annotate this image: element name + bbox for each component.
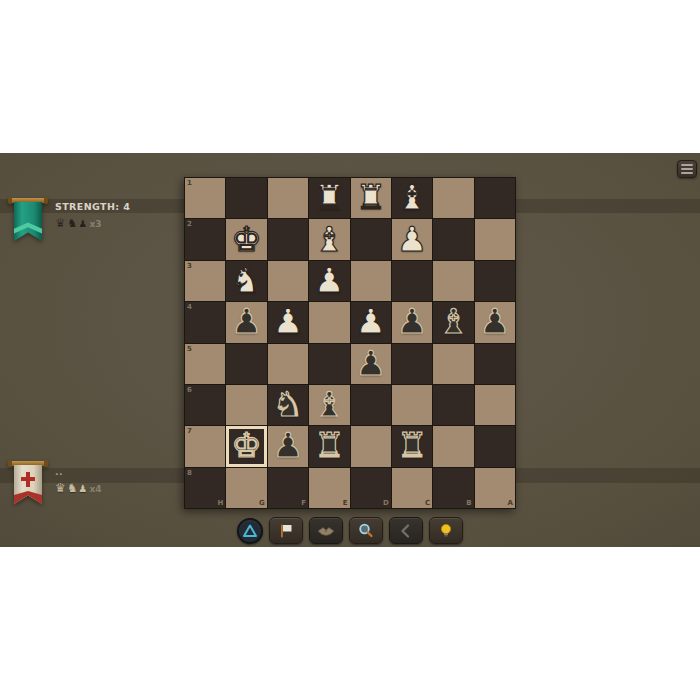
square-d6[interactable] bbox=[351, 385, 391, 425]
square-c6[interactable] bbox=[392, 385, 432, 425]
square-d2[interactable] bbox=[351, 219, 391, 259]
square-g2[interactable]: ♚ bbox=[226, 219, 266, 259]
white-knight-g3: ♞ bbox=[231, 263, 261, 297]
white-bishop-c1: ♝ bbox=[397, 180, 427, 214]
white-pawn-e3: ♟ bbox=[314, 263, 344, 297]
bottom-player-name: .. bbox=[55, 466, 63, 477]
white-rook-d1: ♜ bbox=[355, 180, 385, 214]
white-bishop-e2: ♝ bbox=[314, 222, 344, 256]
game-viewport: STRENGTH: 4 ♛♞♟x3 .. ♛♞♟x4 1♜♜♝2♚♝♟3♞♟4♟… bbox=[0, 153, 700, 547]
hamburger-icon bbox=[681, 164, 693, 166]
square-b8[interactable]: B bbox=[433, 468, 473, 508]
square-b6[interactable] bbox=[433, 385, 473, 425]
white-rook-e1: ♜ bbox=[314, 180, 344, 214]
square-g7[interactable]: ♚ bbox=[226, 426, 266, 466]
square-h2[interactable]: 2 bbox=[185, 219, 225, 259]
rank-label-8: 8 bbox=[187, 469, 192, 477]
captured-pawn-icon: ♟ bbox=[79, 219, 88, 229]
file-label-f: F bbox=[301, 499, 306, 507]
square-g3[interactable]: ♞ bbox=[226, 261, 266, 301]
square-a4[interactable]: ♟ bbox=[475, 302, 515, 342]
file-label-g: G bbox=[259, 499, 265, 507]
black-bishop-e6: ♝ bbox=[314, 387, 344, 421]
rank-label-2: 2 bbox=[187, 220, 192, 228]
black-knight-f6: ♞ bbox=[273, 387, 303, 421]
toolbar bbox=[237, 517, 463, 544]
square-c7[interactable]: ♜ bbox=[392, 426, 432, 466]
square-f8[interactable]: F bbox=[268, 468, 308, 508]
square-f5[interactable] bbox=[268, 344, 308, 384]
white-pawn-c2: ♟ bbox=[397, 222, 427, 256]
file-label-c: C bbox=[425, 499, 430, 507]
hint-button[interactable] bbox=[429, 517, 463, 544]
teal-pennant-icon bbox=[14, 202, 42, 241]
square-h1[interactable]: 1 bbox=[185, 178, 225, 218]
square-e7[interactable]: ♜ bbox=[309, 426, 349, 466]
square-c8[interactable]: C bbox=[392, 468, 432, 508]
square-b2[interactable] bbox=[433, 219, 473, 259]
white-pawn-f4: ♟ bbox=[273, 304, 303, 338]
black-pawn-d5: ♟ bbox=[355, 346, 385, 380]
captured-pawn-icon: ♟ bbox=[79, 484, 88, 494]
square-g8[interactable]: G bbox=[226, 468, 266, 508]
black-rook-e7: ♜ bbox=[314, 428, 344, 462]
square-a2[interactable] bbox=[475, 219, 515, 259]
square-g1[interactable] bbox=[226, 178, 266, 218]
white-king-g2: ♚ bbox=[231, 222, 261, 256]
screenshot-frame: STRENGTH: 4 ♛♞♟x3 .. ♛♞♟x4 1♜♜♝2♚♝♟3♞♟4♟… bbox=[0, 0, 700, 700]
undo-button[interactable] bbox=[389, 517, 423, 544]
analyze-button[interactable] bbox=[349, 517, 383, 544]
square-f6[interactable]: ♞ bbox=[268, 385, 308, 425]
square-h5[interactable]: 5 bbox=[185, 344, 225, 384]
square-f3[interactable] bbox=[268, 261, 308, 301]
square-c5[interactable] bbox=[392, 344, 432, 384]
chess-board: 1♜♜♝2♚♝♟3♞♟4♟♟♟♟♝♟5♟6♞♝7♚♟♜♜8HGFEDCBA bbox=[184, 177, 516, 509]
resign-button[interactable] bbox=[269, 517, 303, 544]
square-d7[interactable] bbox=[351, 426, 391, 466]
magnifier-icon bbox=[357, 522, 375, 540]
top-player-banner-icon bbox=[9, 196, 47, 242]
square-a3[interactable] bbox=[475, 261, 515, 301]
cross-icon bbox=[21, 477, 35, 481]
square-d3[interactable] bbox=[351, 261, 391, 301]
black-rook-c7: ♜ bbox=[397, 428, 427, 462]
captured-pieces-top: ♛♞♟x3 bbox=[55, 215, 102, 229]
square-a6[interactable] bbox=[475, 385, 515, 425]
square-c3[interactable] bbox=[392, 261, 432, 301]
offer-draw-button[interactable] bbox=[309, 517, 343, 544]
square-b3[interactable] bbox=[433, 261, 473, 301]
triangle-button-prompt[interactable] bbox=[237, 518, 263, 544]
rank-label-4: 4 bbox=[187, 303, 192, 311]
square-e3[interactable]: ♟ bbox=[309, 261, 349, 301]
square-d8[interactable]: D bbox=[351, 468, 391, 508]
captured-count-top: x3 bbox=[90, 219, 102, 229]
square-e8[interactable]: E bbox=[309, 468, 349, 508]
square-b7[interactable] bbox=[433, 426, 473, 466]
square-e5[interactable] bbox=[309, 344, 349, 384]
square-a8[interactable]: A bbox=[475, 468, 515, 508]
captured-knight-icon: ♞ bbox=[67, 217, 78, 229]
square-a1[interactable] bbox=[475, 178, 515, 218]
rank-label-5: 5 bbox=[187, 345, 192, 353]
rank-label-7: 7 bbox=[187, 427, 192, 435]
square-f7[interactable]: ♟ bbox=[268, 426, 308, 466]
handshake-icon bbox=[316, 522, 336, 540]
square-h4[interactable]: 4 bbox=[185, 302, 225, 342]
square-g6[interactable] bbox=[226, 385, 266, 425]
black-pawn-f7: ♟ bbox=[273, 428, 303, 462]
hamburger-icon bbox=[681, 172, 693, 174]
square-g5[interactable] bbox=[226, 344, 266, 384]
square-d1[interactable]: ♜ bbox=[351, 178, 391, 218]
banner-chevron bbox=[14, 491, 42, 504]
black-pawn-g4: ♟ bbox=[231, 304, 261, 338]
square-b1[interactable] bbox=[433, 178, 473, 218]
file-label-h: H bbox=[218, 499, 224, 507]
square-c4[interactable]: ♟ bbox=[392, 302, 432, 342]
square-b5[interactable] bbox=[433, 344, 473, 384]
captured-queen-icon: ♛ bbox=[55, 217, 66, 229]
square-b4[interactable]: ♝ bbox=[433, 302, 473, 342]
square-h8[interactable]: 8H bbox=[185, 468, 225, 508]
captured-queen-icon: ♛ bbox=[55, 482, 66, 494]
square-f1[interactable] bbox=[268, 178, 308, 218]
captured-pieces-bottom: ♛♞♟x4 bbox=[55, 480, 102, 494]
file-label-b: B bbox=[466, 499, 471, 507]
chevron-left-icon bbox=[397, 522, 415, 540]
file-label-a: A bbox=[508, 499, 513, 507]
captured-knight-icon: ♞ bbox=[67, 482, 78, 494]
square-g4[interactable]: ♟ bbox=[226, 302, 266, 342]
rank-label-1: 1 bbox=[187, 179, 192, 187]
file-label-d: D bbox=[383, 499, 389, 507]
square-h6[interactable]: 6 bbox=[185, 385, 225, 425]
square-h7[interactable]: 7 bbox=[185, 426, 225, 466]
square-c2[interactable]: ♟ bbox=[392, 219, 432, 259]
square-f4[interactable]: ♟ bbox=[268, 302, 308, 342]
square-a5[interactable] bbox=[475, 344, 515, 384]
square-e4[interactable] bbox=[309, 302, 349, 342]
top-player-name: STRENGTH: 4 bbox=[55, 201, 130, 212]
square-e2[interactable]: ♝ bbox=[309, 219, 349, 259]
square-h3[interactable]: 3 bbox=[185, 261, 225, 301]
black-pawn-a4: ♟ bbox=[480, 304, 510, 338]
square-a7[interactable] bbox=[475, 426, 515, 466]
captured-count-bottom: x4 bbox=[90, 484, 102, 494]
square-e6[interactable]: ♝ bbox=[309, 385, 349, 425]
file-label-e: E bbox=[343, 499, 348, 507]
black-bishop-b4: ♝ bbox=[438, 304, 468, 338]
bottom-player-banner-icon bbox=[9, 459, 47, 505]
banner-chevron bbox=[14, 221, 42, 235]
square-d4[interactable]: ♟ bbox=[351, 302, 391, 342]
square-e1[interactable]: ♜ bbox=[309, 178, 349, 218]
white-pawn-d4: ♟ bbox=[355, 304, 385, 338]
black-king-g7: ♚ bbox=[231, 428, 261, 462]
black-pawn-c4: ♟ bbox=[397, 304, 427, 338]
square-f2[interactable] bbox=[268, 219, 308, 259]
hamburger-icon bbox=[681, 168, 693, 170]
lightbulb-icon bbox=[437, 522, 455, 540]
rank-label-3: 3 bbox=[187, 262, 192, 270]
rank-label-6: 6 bbox=[187, 386, 192, 394]
red-cross-pennant-icon bbox=[14, 465, 42, 504]
square-d5[interactable]: ♟ bbox=[351, 344, 391, 384]
triangle-icon bbox=[241, 522, 259, 540]
menu-button[interactable] bbox=[677, 160, 697, 178]
square-c1[interactable]: ♝ bbox=[392, 178, 432, 218]
white-flag-icon bbox=[277, 522, 295, 540]
